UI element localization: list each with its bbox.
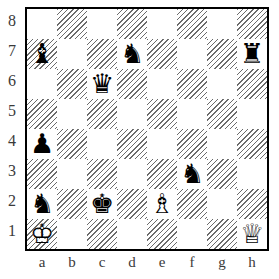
square-b4[interactable] xyxy=(57,129,87,159)
king-glyph: ♔ xyxy=(27,219,57,249)
square-e5[interactable] xyxy=(147,99,177,129)
square-d3[interactable] xyxy=(117,159,147,189)
square-c1[interactable] xyxy=(87,219,117,249)
square-d7[interactable]: ♞ xyxy=(117,39,147,69)
king-glyph: ♚ xyxy=(87,189,117,219)
square-f8[interactable] xyxy=(177,9,207,39)
square-d8[interactable] xyxy=(117,9,147,39)
file-label-b: b xyxy=(57,251,87,273)
rank-label-6: 6 xyxy=(2,66,22,96)
square-d1[interactable] xyxy=(117,219,147,249)
square-e8[interactable] xyxy=(147,9,177,39)
file-label-g: g xyxy=(207,251,237,273)
square-c2[interactable]: ♚ xyxy=(87,189,117,219)
square-c6[interactable]: ♛ xyxy=(87,69,117,99)
black-queen[interactable]: ♛ xyxy=(87,69,117,99)
square-g8[interactable] xyxy=(207,9,237,39)
square-a6[interactable] xyxy=(27,69,57,99)
square-c3[interactable] xyxy=(87,159,117,189)
square-c4[interactable] xyxy=(87,129,117,159)
square-d2[interactable] xyxy=(117,189,147,219)
file-label-c: c xyxy=(87,251,117,273)
black-bishop[interactable]: ♝ xyxy=(27,39,57,69)
square-b2[interactable] xyxy=(57,189,87,219)
bishop-glyph: ♗ xyxy=(147,189,177,219)
square-d6[interactable] xyxy=(117,69,147,99)
square-a2[interactable]: ♞ xyxy=(27,189,57,219)
square-a5[interactable] xyxy=(27,99,57,129)
square-a4[interactable]: ♟ xyxy=(27,129,57,159)
white-queen[interactable]: ♛♕ xyxy=(237,219,267,249)
square-h8[interactable] xyxy=(237,9,267,39)
black-knight[interactable]: ♞ xyxy=(27,189,57,219)
queen-glyph: ♛ xyxy=(87,69,117,99)
black-king[interactable]: ♚ xyxy=(87,189,117,219)
file-label-a: a xyxy=(27,251,57,273)
square-f5[interactable] xyxy=(177,99,207,129)
square-h5[interactable] xyxy=(237,99,267,129)
bishop-glyph: ♝ xyxy=(27,39,57,69)
square-e6[interactable] xyxy=(147,69,177,99)
square-d4[interactable] xyxy=(117,129,147,159)
white-bishop[interactable]: ♝♗ xyxy=(147,189,177,219)
square-g3[interactable] xyxy=(207,159,237,189)
chessboard: ♝♞♜♛♟♞♞♚♝♗♚♔♛♕ xyxy=(25,7,269,251)
file-labels: abcdefgh xyxy=(27,251,267,273)
rank-label-7: 7 xyxy=(2,36,22,66)
square-c5[interactable] xyxy=(87,99,117,129)
square-f6[interactable] xyxy=(177,69,207,99)
queen-glyph: ♕ xyxy=(237,219,267,249)
square-e4[interactable] xyxy=(147,129,177,159)
square-g4[interactable] xyxy=(207,129,237,159)
rank-label-8: 8 xyxy=(2,6,22,36)
rook-glyph: ♜ xyxy=(237,39,267,69)
square-b1[interactable] xyxy=(57,219,87,249)
rank-labels: 87654321 xyxy=(2,9,22,249)
square-d5[interactable] xyxy=(117,99,147,129)
square-a1[interactable]: ♚♔ xyxy=(27,219,57,249)
square-e3[interactable] xyxy=(147,159,177,189)
square-f3[interactable]: ♞ xyxy=(177,159,207,189)
white-king[interactable]: ♚♔ xyxy=(27,219,57,249)
square-h3[interactable] xyxy=(237,159,267,189)
square-g1[interactable] xyxy=(207,219,237,249)
rank-label-3: 3 xyxy=(2,156,22,186)
square-h1[interactable]: ♛♕ xyxy=(237,219,267,249)
square-e2[interactable]: ♝♗ xyxy=(147,189,177,219)
file-label-d: d xyxy=(117,251,147,273)
square-e7[interactable] xyxy=(147,39,177,69)
square-b6[interactable] xyxy=(57,69,87,99)
square-b8[interactable] xyxy=(57,9,87,39)
square-c8[interactable] xyxy=(87,9,117,39)
square-f7[interactable] xyxy=(177,39,207,69)
square-h2[interactable] xyxy=(237,189,267,219)
square-h6[interactable] xyxy=(237,69,267,99)
rank-label-4: 4 xyxy=(2,126,22,156)
file-label-h: h xyxy=(237,251,267,273)
black-knight[interactable]: ♞ xyxy=(177,159,207,189)
square-b7[interactable] xyxy=(57,39,87,69)
file-label-e: e xyxy=(147,251,177,273)
rank-label-2: 2 xyxy=(2,186,22,216)
square-f4[interactable] xyxy=(177,129,207,159)
black-rook[interactable]: ♜ xyxy=(237,39,267,69)
chess-diagram: 87654321 ♝♞♜♛♟♞♞♚♝♗♚♔♛♕ abcdefgh xyxy=(0,0,279,279)
square-g6[interactable] xyxy=(207,69,237,99)
rank-label-1: 1 xyxy=(2,216,22,246)
rank-label-5: 5 xyxy=(2,96,22,126)
square-a3[interactable] xyxy=(27,159,57,189)
square-g2[interactable] xyxy=(207,189,237,219)
square-f1[interactable] xyxy=(177,219,207,249)
square-e1[interactable] xyxy=(147,219,177,249)
file-label-f: f xyxy=(177,251,207,273)
square-a8[interactable] xyxy=(27,9,57,39)
black-knight[interactable]: ♞ xyxy=(117,39,147,69)
knight-glyph: ♞ xyxy=(177,159,207,189)
square-b3[interactable] xyxy=(57,159,87,189)
knight-glyph: ♞ xyxy=(117,39,147,69)
square-h7[interactable]: ♜ xyxy=(237,39,267,69)
square-f2[interactable] xyxy=(177,189,207,219)
pawn-glyph: ♟ xyxy=(27,129,57,159)
square-b5[interactable] xyxy=(57,99,87,129)
square-a7[interactable]: ♝ xyxy=(27,39,57,69)
square-c7[interactable] xyxy=(87,39,117,69)
square-g5[interactable] xyxy=(207,99,237,129)
knight-glyph: ♞ xyxy=(27,189,57,219)
black-pawn[interactable]: ♟ xyxy=(27,129,57,159)
square-h4[interactable] xyxy=(237,129,267,159)
square-g7[interactable] xyxy=(207,39,237,69)
